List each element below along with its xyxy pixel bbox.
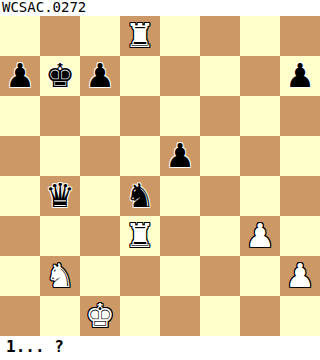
- square-f1[interactable]: [200, 296, 240, 336]
- square-g1[interactable]: [240, 296, 280, 336]
- square-e4[interactable]: [160, 176, 200, 216]
- square-b7[interactable]: ♚: [40, 56, 80, 96]
- square-h5[interactable]: [280, 136, 320, 176]
- square-h8[interactable]: [280, 16, 320, 56]
- square-a5[interactable]: [0, 136, 40, 176]
- square-d3[interactable]: ♜: [120, 216, 160, 256]
- piece-bP: ♟: [5, 56, 35, 96]
- piece-bK: ♚: [45, 56, 75, 96]
- square-g8[interactable]: [240, 16, 280, 56]
- square-c6[interactable]: [80, 96, 120, 136]
- piece-wP: ♟: [285, 256, 315, 296]
- square-h3[interactable]: [280, 216, 320, 256]
- square-d2[interactable]: [120, 256, 160, 296]
- square-c5[interactable]: [80, 136, 120, 176]
- square-a8[interactable]: [0, 16, 40, 56]
- square-a7[interactable]: ♟: [0, 56, 40, 96]
- square-b5[interactable]: [40, 136, 80, 176]
- square-f6[interactable]: [200, 96, 240, 136]
- piece-wR: ♜: [125, 216, 155, 256]
- square-b8[interactable]: [40, 16, 80, 56]
- square-a1[interactable]: [0, 296, 40, 336]
- square-d6[interactable]: [120, 96, 160, 136]
- move-prompt: 1... ?: [0, 336, 320, 360]
- square-e3[interactable]: [160, 216, 200, 256]
- square-e6[interactable]: [160, 96, 200, 136]
- chess-board: ♜♟♚♟♟♟♛♞♜♟♞♟♚: [0, 16, 320, 336]
- square-b2[interactable]: ♞: [40, 256, 80, 296]
- square-h2[interactable]: ♟: [280, 256, 320, 296]
- square-a6[interactable]: [0, 96, 40, 136]
- square-b1[interactable]: [40, 296, 80, 336]
- piece-bP: ♟: [165, 136, 195, 176]
- square-e7[interactable]: [160, 56, 200, 96]
- square-f2[interactable]: [200, 256, 240, 296]
- piece-bQ: ♛: [45, 176, 75, 216]
- square-a2[interactable]: [0, 256, 40, 296]
- piece-wK: ♚: [85, 296, 115, 336]
- square-d7[interactable]: [120, 56, 160, 96]
- square-d5[interactable]: [120, 136, 160, 176]
- square-c1[interactable]: ♚: [80, 296, 120, 336]
- square-b6[interactable]: [40, 96, 80, 136]
- square-e2[interactable]: [160, 256, 200, 296]
- square-e1[interactable]: [160, 296, 200, 336]
- square-f5[interactable]: [200, 136, 240, 176]
- puzzle-title: WCSAC.0272: [0, 0, 320, 16]
- square-a4[interactable]: [0, 176, 40, 216]
- piece-bN: ♞: [125, 176, 155, 216]
- square-c8[interactable]: [80, 16, 120, 56]
- piece-wN: ♞: [45, 256, 75, 296]
- square-h7[interactable]: ♟: [280, 56, 320, 96]
- square-c4[interactable]: [80, 176, 120, 216]
- square-c2[interactable]: [80, 256, 120, 296]
- square-h1[interactable]: [280, 296, 320, 336]
- square-f7[interactable]: [200, 56, 240, 96]
- piece-bP: ♟: [85, 56, 115, 96]
- square-g4[interactable]: [240, 176, 280, 216]
- square-g3[interactable]: ♟: [240, 216, 280, 256]
- square-d1[interactable]: [120, 296, 160, 336]
- piece-wR: ♜: [125, 16, 155, 56]
- square-g7[interactable]: [240, 56, 280, 96]
- square-b4[interactable]: ♛: [40, 176, 80, 216]
- square-f8[interactable]: [200, 16, 240, 56]
- square-e5[interactable]: ♟: [160, 136, 200, 176]
- square-a3[interactable]: [0, 216, 40, 256]
- square-h6[interactable]: [280, 96, 320, 136]
- square-e8[interactable]: [160, 16, 200, 56]
- square-f3[interactable]: [200, 216, 240, 256]
- square-h4[interactable]: [280, 176, 320, 216]
- piece-bP: ♟: [285, 56, 315, 96]
- square-g5[interactable]: [240, 136, 280, 176]
- piece-wP: ♟: [245, 216, 275, 256]
- square-c7[interactable]: ♟: [80, 56, 120, 96]
- square-f4[interactable]: [200, 176, 240, 216]
- square-g6[interactable]: [240, 96, 280, 136]
- square-d4[interactable]: ♞: [120, 176, 160, 216]
- square-b3[interactable]: [40, 216, 80, 256]
- square-g2[interactable]: [240, 256, 280, 296]
- square-c3[interactable]: [80, 216, 120, 256]
- square-d8[interactable]: ♜: [120, 16, 160, 56]
